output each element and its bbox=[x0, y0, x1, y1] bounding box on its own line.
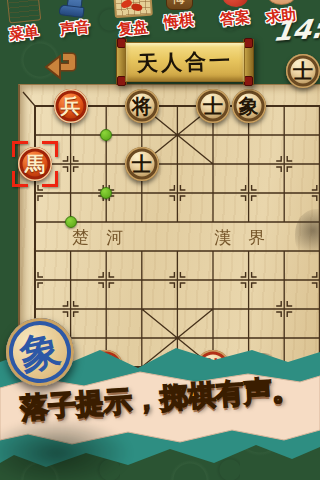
sound-button[interactable]: 声音 bbox=[60, 0, 90, 38]
title-scroll: 天人合一 bbox=[116, 39, 254, 85]
replay-button[interactable]: 复盘 bbox=[114, 0, 152, 38]
game-screen: 菜单 声音 复盘 悔 悔棋 答案 求助 14:4 天人合一 bbox=[0, 0, 320, 480]
puzzle-title: 天人合一 bbox=[137, 46, 234, 77]
red-piece-馬[interactable]: 馬 bbox=[18, 147, 52, 181]
black-piece-士[interactable]: 士 bbox=[125, 147, 159, 181]
black-piece-象[interactable]: 象 bbox=[232, 89, 266, 123]
undo-button[interactable]: 悔 悔棋 bbox=[164, 0, 194, 31]
black-piece-将[interactable]: 将 bbox=[125, 89, 159, 123]
menu-button[interactable]: 菜单 bbox=[8, 0, 40, 43]
captured-piece: 士 bbox=[286, 54, 320, 88]
red-piece-兵[interactable]: 兵 bbox=[54, 89, 88, 123]
menu-label: 菜单 bbox=[8, 22, 40, 44]
timer: 14:4 bbox=[271, 12, 320, 47]
river-label-left: 楚河 bbox=[72, 226, 140, 249]
hand-icon bbox=[268, 0, 295, 5]
answer-label: 答案 bbox=[219, 7, 251, 29]
back-button[interactable] bbox=[44, 44, 88, 80]
pouch-icon bbox=[223, 0, 248, 7]
boot-icon bbox=[62, 0, 89, 18]
scroll-paper: 天人合一 bbox=[125, 42, 245, 82]
river-label-right: 漢界 bbox=[214, 226, 282, 249]
move-hint-dot[interactable] bbox=[65, 216, 77, 228]
board-icon bbox=[113, 0, 153, 18]
back-arrowhead-icon bbox=[46, 56, 60, 78]
undo-label: 悔棋 bbox=[163, 10, 195, 32]
scroll-icon bbox=[7, 0, 42, 24]
decor-elephant-char: 象 bbox=[15, 321, 66, 383]
sound-label: 声音 bbox=[59, 17, 91, 39]
replay-label: 复盘 bbox=[117, 17, 149, 39]
black-piece-士[interactable]: 士 bbox=[196, 89, 230, 123]
stamp-icon: 悔 bbox=[166, 0, 193, 10]
answer-button[interactable]: 答案 bbox=[220, 0, 250, 28]
